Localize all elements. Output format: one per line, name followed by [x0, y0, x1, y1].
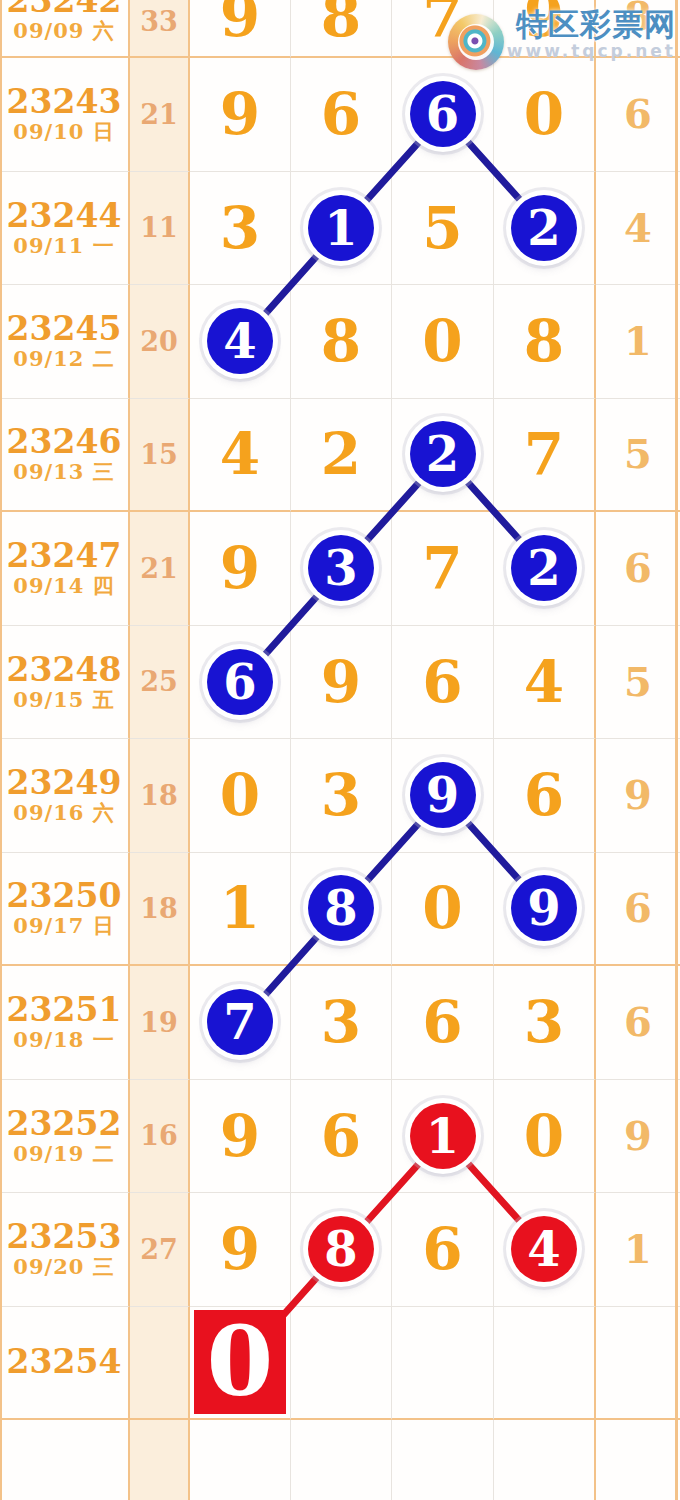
digit: 9: [220, 85, 260, 143]
right-border: [675, 0, 678, 1500]
cell-digit-3: [392, 1307, 494, 1421]
draw-label: 2324409/11 一: [7, 198, 122, 258]
draw-date: 09/17 日: [13, 914, 114, 938]
sum-value: 20: [140, 326, 178, 357]
cell-draw: 2325309/20 三: [0, 1193, 130, 1307]
digit: 8: [321, 0, 361, 45]
cell-digit-4: 2: [494, 172, 596, 286]
sum-value: 25: [140, 666, 178, 697]
tail-digit: 9: [624, 775, 652, 815]
cell-sum: 11: [130, 172, 190, 286]
cell-draw: 2324709/14 四: [0, 512, 130, 626]
cell-tail: 1: [596, 1193, 680, 1307]
cell-sum: 16: [130, 1080, 190, 1194]
cell-digit-1: 9: [190, 1193, 291, 1307]
cell-digit-3: 0: [392, 853, 494, 967]
cell-digit-3: 5: [392, 172, 494, 286]
sum-value: 18: [140, 893, 178, 924]
digit: 9: [220, 1220, 260, 1278]
cell-digit-2: 3: [291, 966, 392, 1080]
draw-date: 09/14 四: [13, 574, 114, 598]
cell-sum: 21: [130, 58, 190, 172]
tail-digit: 9: [624, 1116, 652, 1156]
cell-digit-4: 4: [494, 1193, 596, 1307]
cell-digit-3: 6: [392, 58, 494, 172]
cell-digit-2: 8: [291, 853, 392, 967]
cell-digit-2: 2: [291, 399, 392, 513]
cell-digit-4: 4: [494, 626, 596, 740]
tail-digit: 6: [624, 1002, 652, 1042]
cell-sum: 33: [130, 0, 190, 58]
digit: 3: [321, 993, 361, 1051]
circled-digit-red: 4: [511, 1216, 577, 1282]
cell-digit-3: 6: [392, 966, 494, 1080]
digit: 4: [220, 425, 260, 483]
tail-digit: 6: [624, 94, 652, 134]
cell-digit-3: 9: [392, 739, 494, 853]
digit: 0: [524, 85, 564, 143]
circled-digit-blue: 8: [308, 875, 374, 941]
draw-number: 23248: [7, 652, 122, 688]
draw-date: 09/19 二: [13, 1142, 114, 1166]
cell-digit-1: 9: [190, 58, 291, 172]
cell-digit-1: 3: [190, 172, 291, 286]
sum-value: 11: [140, 212, 178, 243]
site-name: 特区彩票网: [516, 8, 676, 41]
cell-digit-1: 7: [190, 966, 291, 1080]
cell-draw: [0, 1420, 130, 1500]
cell-tail: 9: [596, 1080, 680, 1194]
cell-digit-2: [291, 1307, 392, 1421]
draw-number: 23249: [7, 765, 122, 801]
cell-digit-2: 8: [291, 0, 392, 58]
cell-digit-4: 8: [494, 285, 596, 399]
cell-sum: 18: [130, 739, 190, 853]
draw-label: 23254: [7, 1344, 122, 1380]
cell-draw: 2324309/10 日: [0, 58, 130, 172]
cell-draw: 2325009/17 日: [0, 853, 130, 967]
draw-number: 23253: [7, 1219, 122, 1255]
cell-tail: 6: [596, 853, 680, 967]
cell-digit-1: [190, 1420, 291, 1500]
digit: 7: [524, 425, 564, 483]
cell-digit-2: 1: [291, 172, 392, 286]
draw-date: 09/13 三: [13, 460, 114, 484]
cell-tail: [596, 1420, 680, 1500]
sum-value: 27: [140, 1234, 178, 1265]
tail-digit: 5: [624, 434, 652, 474]
draw-number: 23245: [7, 311, 122, 347]
cell-digit-4: 3: [494, 966, 596, 1080]
cell-digit-2: [291, 1420, 392, 1500]
circled-digit-blue: 7: [207, 989, 273, 1055]
cell-draw: 2324609/13 三: [0, 399, 130, 513]
cell-digit-3: 1: [392, 1080, 494, 1194]
cell-tail: 6: [596, 512, 680, 626]
draw-label: 2325109/18 一: [7, 992, 122, 1052]
logo-text: 特区彩票网 www.tqcp.net: [507, 8, 676, 60]
circled-digit-blue: 6: [207, 649, 273, 715]
digit: 1: [220, 879, 260, 937]
cell-draw: 2324409/11 一: [0, 172, 130, 286]
sum-value: 33: [140, 6, 178, 37]
cell-sum: 15: [130, 399, 190, 513]
draw-date: 09/11 一: [13, 234, 114, 258]
draw-label: 2325209/19 二: [7, 1106, 122, 1166]
draw-date: 09/16 六: [13, 801, 114, 825]
draw-number: 23251: [7, 992, 122, 1028]
tail-digit: 1: [624, 1229, 652, 1269]
draw-label: 2324209/09 六: [7, 0, 122, 43]
cell-sum: 18: [130, 853, 190, 967]
sum-value: 18: [140, 780, 178, 811]
digit: 6: [422, 993, 462, 1051]
cell-sum: 20: [130, 285, 190, 399]
draw-number: 23243: [7, 84, 122, 120]
draw-label: 2325309/20 三: [7, 1219, 122, 1279]
cell-digit-1: 6: [190, 626, 291, 740]
cell-draw: 2325109/18 一: [0, 966, 130, 1080]
draw-number: 23247: [7, 538, 122, 574]
draw-label: 2324909/16 六: [7, 765, 122, 825]
draw-label: 2324609/13 三: [7, 424, 122, 484]
sum-value: 21: [140, 99, 178, 130]
draw-label: 2325009/17 日: [7, 878, 122, 938]
digit: 5: [422, 199, 462, 257]
cell-draw: 2324509/12 二: [0, 285, 130, 399]
cell-draw: 2324209/09 六: [0, 0, 130, 58]
cell-tail: [596, 1307, 680, 1421]
site-url: www.tqcp.net: [507, 42, 676, 60]
circled-digit-blue: 6: [410, 81, 476, 147]
digit: 3: [321, 766, 361, 824]
cell-digit-3: 6: [392, 626, 494, 740]
draw-date: 09/10 日: [13, 120, 114, 144]
cell-tail: 4: [596, 172, 680, 286]
cell-digit-1: 1: [190, 853, 291, 967]
digit: 0: [524, 1107, 564, 1165]
digit: 2: [321, 425, 361, 483]
cell-draw: 2324909/16 六: [0, 739, 130, 853]
cell-digit-1: 9: [190, 512, 291, 626]
digit: 9: [321, 653, 361, 711]
cell-draw: 2325209/19 二: [0, 1080, 130, 1194]
tail-digit: 6: [624, 548, 652, 588]
digit: 0: [422, 879, 462, 937]
cell-digit-4: [494, 1420, 596, 1500]
digit: 3: [524, 993, 564, 1051]
sum-value: 19: [140, 1007, 178, 1038]
cell-tail: 6: [596, 966, 680, 1080]
cell-digit-4: 0: [494, 58, 596, 172]
digit: 7: [422, 539, 462, 597]
cell-draw: 2324809/15 五: [0, 626, 130, 740]
cell-digit-3: 0: [392, 285, 494, 399]
cell-digit-2: 9: [291, 626, 392, 740]
cell-digit-1: 4: [190, 399, 291, 513]
cell-tail: 5: [596, 626, 680, 740]
cell-digit-4: 7: [494, 399, 596, 513]
digit: 3: [220, 199, 260, 257]
cell-tail: 9: [596, 739, 680, 853]
circled-digit-red: 1: [410, 1103, 476, 1169]
cell-digit-2: 3: [291, 739, 392, 853]
tail-digit: 1: [624, 321, 652, 361]
cell-digit-2: 8: [291, 285, 392, 399]
circled-digit-blue: 2: [511, 535, 577, 601]
sum-value: 16: [140, 1120, 178, 1151]
digit: 6: [422, 653, 462, 711]
tail-digit: 4: [624, 208, 652, 248]
cell-tail: 6: [596, 58, 680, 172]
digit: 8: [524, 312, 564, 370]
tail-digit: 5: [624, 662, 652, 702]
draw-label: 2324509/12 二: [7, 311, 122, 371]
cell-digit-2: 8: [291, 1193, 392, 1307]
cell-digit-4: 0: [494, 1080, 596, 1194]
cell-tail: 1: [596, 285, 680, 399]
cell-digit-3: 2: [392, 399, 494, 513]
draw-date: 09/18 一: [13, 1028, 114, 1052]
cell-digit-4: 9: [494, 853, 596, 967]
draw-date: 09/15 五: [13, 688, 114, 712]
cell-digit-1: 0: [190, 1307, 291, 1421]
draw-label: 2324809/15 五: [7, 652, 122, 712]
cell-digit-4: 6: [494, 739, 596, 853]
digit: 6: [321, 1107, 361, 1165]
circled-digit-red: 8: [308, 1216, 374, 1282]
draw-number: 23242: [7, 0, 122, 19]
draw-number: 23244: [7, 198, 122, 234]
draw-date: 09/20 三: [13, 1255, 114, 1279]
cell-digit-2: 6: [291, 1080, 392, 1194]
cell-sum: 19: [130, 966, 190, 1080]
digit: 9: [220, 1107, 260, 1165]
cell-draw: 23254: [0, 1307, 130, 1421]
draw-date: 09/12 二: [13, 347, 114, 371]
draw-number: 23250: [7, 878, 122, 914]
cell-digit-3: 7: [392, 512, 494, 626]
logo-swirl-icon: [448, 14, 504, 70]
cell-digit-4: [494, 1307, 596, 1421]
circled-digit-blue: 1: [308, 195, 374, 261]
cell-digit-4: 2: [494, 512, 596, 626]
draw-date: 09/09 六: [13, 19, 114, 43]
left-border: [0, 0, 2, 1500]
tail-digit: 6: [624, 888, 652, 928]
cell-tail: 5: [596, 399, 680, 513]
cell-digit-1: 9: [190, 1080, 291, 1194]
cell-digit-2: 3: [291, 512, 392, 626]
cell-digit-2: 6: [291, 58, 392, 172]
digit: 4: [524, 653, 564, 711]
digit: 0: [422, 312, 462, 370]
draw-number: 23246: [7, 424, 122, 460]
red-box-digit: 0: [194, 1310, 286, 1414]
digit: 6: [321, 85, 361, 143]
circled-digit-blue: 9: [410, 762, 476, 828]
cell-sum: [130, 1420, 190, 1500]
digit: 0: [220, 766, 260, 824]
draw-number: 23254: [7, 1344, 122, 1380]
lottery-trend-chart: 2324209/09 六33987982324309/10 日219660623…: [0, 0, 680, 1500]
cell-sum: 21: [130, 512, 190, 626]
digit: 8: [321, 312, 361, 370]
digit: 9: [220, 0, 260, 45]
cell-digit-3: [392, 1420, 494, 1500]
digit: 9: [220, 539, 260, 597]
cell-digit-1: 0: [190, 739, 291, 853]
digit: 6: [524, 766, 564, 824]
cell-digit-3: 6: [392, 1193, 494, 1307]
digit: 6: [422, 1220, 462, 1278]
circled-digit-blue: 3: [308, 535, 374, 601]
sum-value: 21: [140, 553, 178, 584]
cell-sum: [130, 1307, 190, 1421]
cell-sum: 27: [130, 1193, 190, 1307]
draw-label: 2324709/14 四: [7, 538, 122, 598]
circled-digit-blue: 9: [511, 875, 577, 941]
circled-digit-blue: 4: [207, 308, 273, 374]
sum-value: 15: [140, 439, 178, 470]
circled-digit-blue: 2: [410, 421, 476, 487]
trend-grid: 2324209/09 六33987982324309/10 日219660623…: [0, 0, 680, 1500]
cell-digit-1: 9: [190, 0, 291, 58]
site-logo[interactable]: 特区彩票网 www.tqcp.net: [448, 8, 676, 70]
circled-digit-blue: 2: [511, 195, 577, 261]
cell-sum: 25: [130, 626, 190, 740]
draw-label: 2324309/10 日: [7, 84, 122, 144]
cell-digit-1: 4: [190, 285, 291, 399]
draw-number: 23252: [7, 1106, 122, 1142]
